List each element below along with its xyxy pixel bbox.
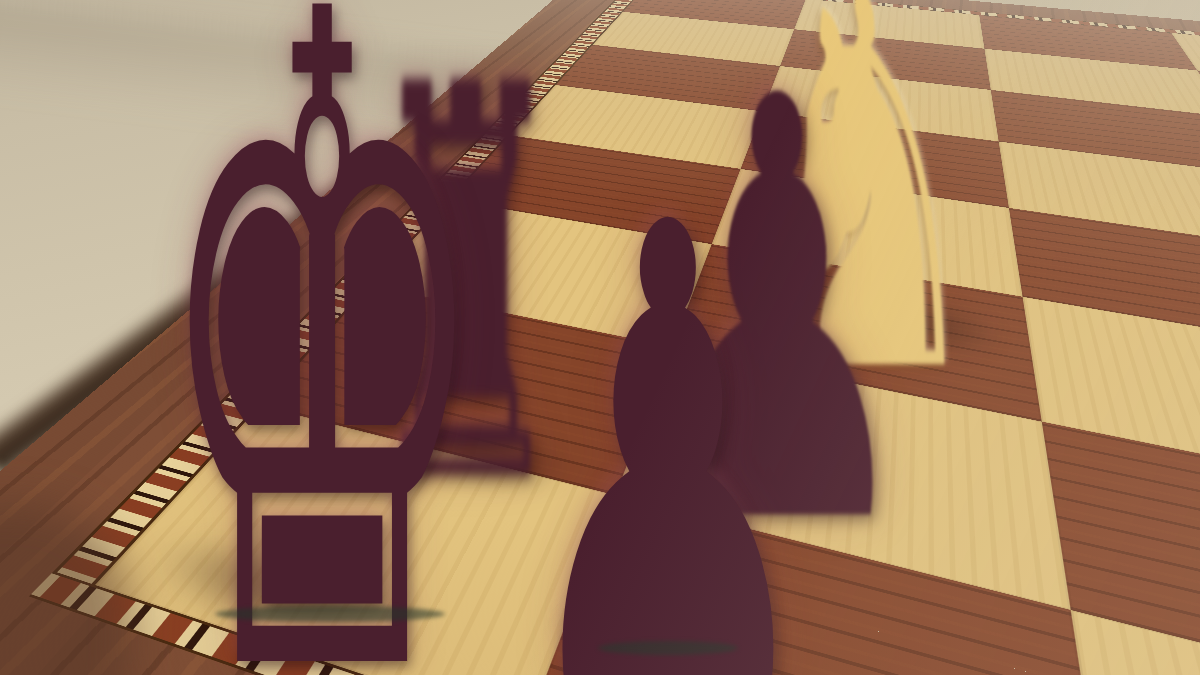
front-pawn-felt-base (598, 641, 738, 655)
chess-photo-scene: ♚ ♜ ♟ ♟ ♞ (0, 0, 1200, 675)
black-pawn-front-glyph: ♟ (510, 143, 826, 675)
black-king[interactable]: ♚ (153, 0, 492, 675)
black-pawn-front[interactable]: ♟ (510, 143, 826, 675)
king-felt-base (215, 606, 445, 622)
black-king-glyph: ♚ (153, 0, 492, 675)
